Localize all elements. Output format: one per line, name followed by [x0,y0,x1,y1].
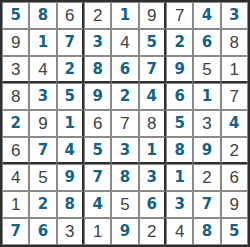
cell-r4c5[interactable]: 2 [111,83,138,110]
cell-r6c1[interactable]: 6 [2,137,29,164]
cell-r4c6[interactable]: 4 [139,83,166,110]
cell-r8c6[interactable]: 6 [139,191,166,218]
cell-r1c7[interactable]: 7 [166,2,193,29]
cell-r7c4[interactable]: 7 [84,164,111,191]
cell-r8c9[interactable]: 9 [221,191,248,218]
cell-r2c1[interactable]: 9 [2,29,29,56]
cell-r7c5[interactable]: 8 [111,164,138,191]
cell-r5c1[interactable]: 2 [2,110,29,137]
cell-r2c7[interactable]: 2 [166,29,193,56]
cell-r5c2[interactable]: 9 [29,110,56,137]
cell-r1c4[interactable]: 2 [84,2,111,29]
cell-r8c5[interactable]: 5 [111,191,138,218]
cell-r9c8[interactable]: 8 [193,218,220,245]
cell-r3c5[interactable]: 6 [111,56,138,83]
cell-r8c3[interactable]: 8 [57,191,84,218]
cell-r8c7[interactable]: 3 [166,191,193,218]
cell-r2c3[interactable]: 7 [57,29,84,56]
cell-r8c4[interactable]: 4 [84,191,111,218]
cell-r4c3[interactable]: 5 [57,83,84,110]
cell-r3c3[interactable]: 2 [57,56,84,83]
sudoku-board: 5862197439173452683428679518359246172916… [0,0,250,247]
cell-r3c9[interactable]: 1 [221,56,248,83]
cell-r6c8[interactable]: 9 [193,137,220,164]
cell-r9c2[interactable]: 6 [29,218,56,245]
cell-r6c3[interactable]: 4 [57,137,84,164]
cell-r1c5[interactable]: 1 [111,2,138,29]
cell-r1c3[interactable]: 6 [57,2,84,29]
cell-r6c7[interactable]: 8 [166,137,193,164]
cell-r2c8[interactable]: 6 [193,29,220,56]
cell-r6c4[interactable]: 5 [84,137,111,164]
cell-r3c4[interactable]: 8 [84,56,111,83]
cell-r8c8[interactable]: 7 [193,191,220,218]
cell-r5c8[interactable]: 3 [193,110,220,137]
cell-r5c9[interactable]: 4 [221,110,248,137]
cell-r3c7[interactable]: 9 [166,56,193,83]
cell-r3c2[interactable]: 4 [29,56,56,83]
cell-r8c1[interactable]: 1 [2,191,29,218]
cell-r1c8[interactable]: 4 [193,2,220,29]
cell-r3c8[interactable]: 5 [193,56,220,83]
cell-r4c8[interactable]: 1 [193,83,220,110]
cell-r9c9[interactable]: 5 [221,218,248,245]
cell-r1c9[interactable]: 3 [221,2,248,29]
cell-r2c5[interactable]: 4 [111,29,138,56]
cell-r2c2[interactable]: 1 [29,29,56,56]
cell-r7c1[interactable]: 4 [2,164,29,191]
cell-r5c7[interactable]: 5 [166,110,193,137]
cell-r9c7[interactable]: 4 [166,218,193,245]
cell-r9c1[interactable]: 7 [2,218,29,245]
cell-r5c5[interactable]: 7 [111,110,138,137]
cell-r3c6[interactable]: 7 [139,56,166,83]
cell-r9c5[interactable]: 9 [111,218,138,245]
cell-r7c3[interactable]: 9 [57,164,84,191]
cell-r5c4[interactable]: 6 [84,110,111,137]
cell-r9c6[interactable]: 2 [139,218,166,245]
cell-r8c2[interactable]: 2 [29,191,56,218]
cell-r9c3[interactable]: 3 [57,218,84,245]
cell-r1c2[interactable]: 8 [29,2,56,29]
cell-r5c3[interactable]: 1 [57,110,84,137]
cell-r6c2[interactable]: 7 [29,137,56,164]
cell-r7c9[interactable]: 6 [221,164,248,191]
cell-r6c5[interactable]: 3 [111,137,138,164]
cell-r2c4[interactable]: 3 [84,29,111,56]
cell-r2c6[interactable]: 5 [139,29,166,56]
cell-r5c6[interactable]: 8 [139,110,166,137]
cell-r3c1[interactable]: 3 [2,56,29,83]
cell-r4c9[interactable]: 7 [221,83,248,110]
cell-r4c7[interactable]: 6 [166,83,193,110]
cell-r6c6[interactable]: 1 [139,137,166,164]
cell-r7c2[interactable]: 5 [29,164,56,191]
cell-r4c2[interactable]: 3 [29,83,56,110]
cell-r2c9[interactable]: 8 [221,29,248,56]
cell-r7c7[interactable]: 1 [166,164,193,191]
cell-r4c4[interactable]: 9 [84,83,111,110]
cell-r6c9[interactable]: 2 [221,137,248,164]
cell-r7c6[interactable]: 3 [139,164,166,191]
cell-r1c1[interactable]: 5 [2,2,29,29]
cell-r7c8[interactable]: 2 [193,164,220,191]
cell-r4c1[interactable]: 8 [2,83,29,110]
cell-r1c6[interactable]: 9 [139,2,166,29]
cell-r9c4[interactable]: 1 [84,218,111,245]
